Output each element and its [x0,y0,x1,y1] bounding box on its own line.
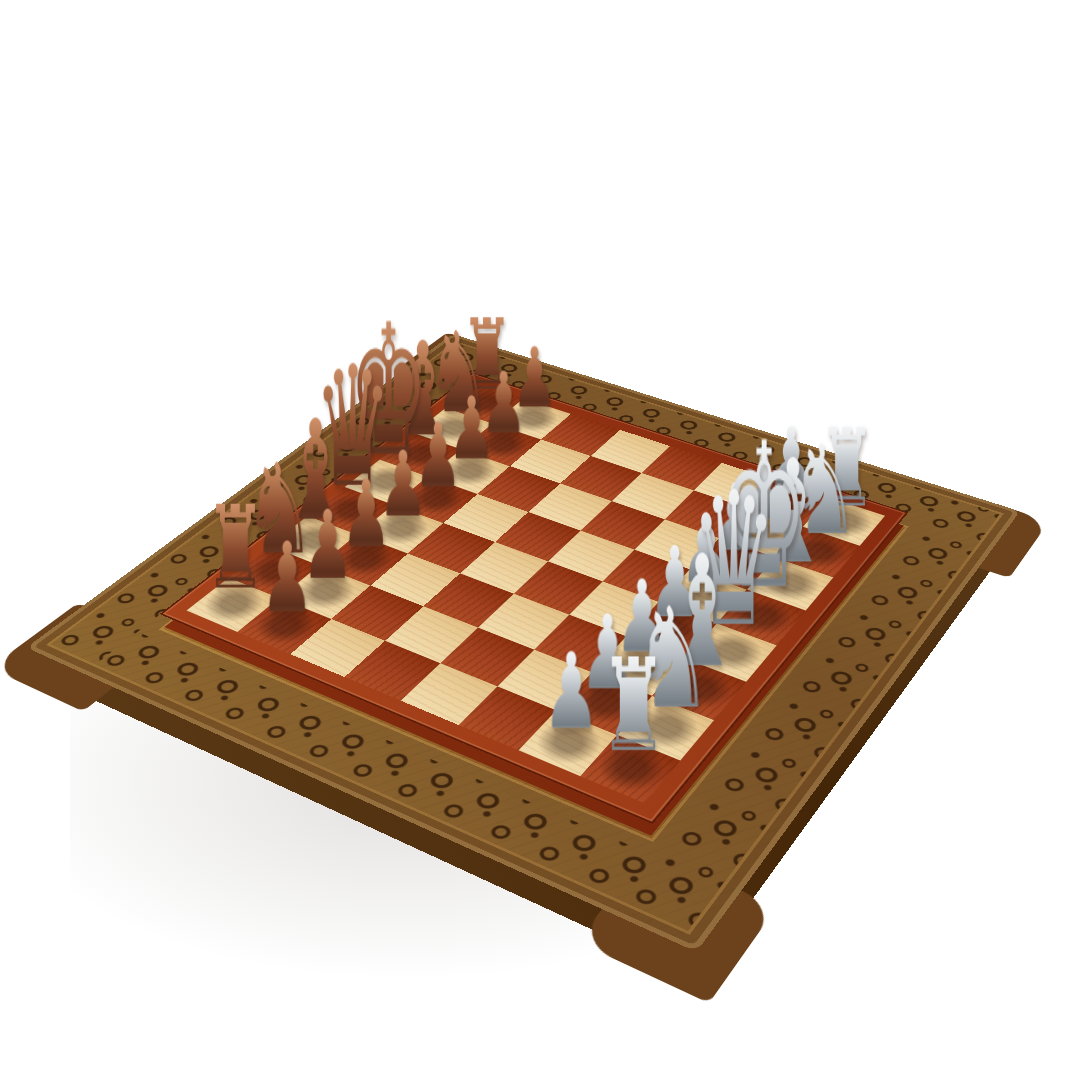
piece-silver-pawn-a2: ♟ [542,639,599,744]
perspective-scene: ♜♞♝♛♚♝♞♜♟♟♟♟♟♟♟♟♟♟♟♟♟♟♟♟♜♞♝♛♚♝♞♜ [0,0,1080,1080]
chess-board: ♜♞♝♛♚♝♞♜♟♟♟♟♟♟♟♟♟♟♟♟♟♟♟♟♜♞♝♛♚♝♞♜ [26,334,1020,952]
piece-copper-rook-a8: ♜ [205,491,267,606]
photo-stage: ♜♞♝♛♚♝♞♜♟♟♟♟♟♟♟♟♟♟♟♟♟♟♟♟♜♞♝♛♚♝♞♜ [0,0,1080,1080]
piece-silver-rook-a1: ♜ [599,642,668,770]
piece-copper-pawn-a7: ♟ [261,530,314,627]
